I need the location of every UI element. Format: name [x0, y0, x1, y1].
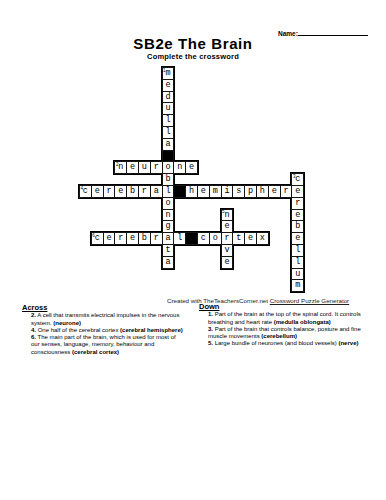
clue-answer: (cerebral cortex) — [72, 349, 119, 355]
cell-letter: b — [292, 221, 303, 233]
cell-letter: r — [115, 233, 126, 245]
cell-letter: a — [163, 139, 174, 151]
cell-letter: o — [210, 233, 221, 245]
cell-letter: o — [163, 162, 174, 174]
cell-letter: e — [104, 233, 115, 245]
cell-letter: e — [115, 186, 126, 198]
cell-letter: h — [186, 186, 197, 198]
cell-letter: e — [222, 221, 233, 233]
cell-letter: t — [163, 245, 174, 257]
cell-letter: a — [151, 186, 162, 198]
clue-number: 1 — [163, 68, 166, 73]
clue-down-1: 1. Part of the brain at the top of the s… — [208, 311, 373, 326]
cell-letter: g — [163, 221, 174, 233]
cell-letter: e — [245, 233, 256, 245]
clue-number: 2 — [116, 162, 119, 167]
cell-letter: l — [163, 115, 174, 127]
cell-letter: e — [292, 186, 303, 198]
cell-letter: m — [210, 186, 221, 198]
cell-letter: e — [186, 162, 197, 174]
cell-letter: e — [127, 233, 138, 245]
cell-letter: r — [151, 162, 162, 174]
crossword-grid: m1edullan2euronebc3c4erebralhemisphereor… — [79, 67, 305, 293]
worksheet-page: Name: SB2e The Brain Complete the crossw… — [0, 0, 386, 500]
cell-letter: o — [163, 198, 174, 210]
cell-letter: x — [257, 233, 268, 245]
clue-answer: (cerebellum) — [261, 333, 297, 339]
down-clues-section: Down 1. Part of the brain at the top of … — [199, 303, 373, 348]
cell-letter: b — [127, 186, 138, 198]
cell-letter: e — [163, 80, 174, 92]
cell-letter: r — [139, 186, 150, 198]
cell-letter: c — [198, 233, 209, 245]
cell-letter: b — [139, 233, 150, 245]
page-title: SB2e The Brain — [0, 35, 386, 52]
across-clues-section: Across 2. A cell that transmits electric… — [22, 304, 184, 356]
clue-answer: (neurone) — [53, 320, 81, 326]
cell-letter: h — [257, 186, 268, 198]
grid-cell: e — [185, 161, 198, 174]
cell-letter: l — [174, 233, 185, 245]
cell-letter: a — [163, 233, 174, 245]
cell-letter: e — [222, 257, 233, 269]
cell-letter: t — [233, 233, 244, 245]
cell-letter: v — [222, 245, 233, 257]
cell-letter: r — [222, 233, 233, 245]
clue-answer: (nerve) — [338, 340, 358, 346]
cell-letter: u — [292, 269, 303, 281]
cell-letter: s — [233, 186, 244, 198]
clue-number-label: 3. — [208, 326, 213, 332]
cell-letter: b — [163, 174, 174, 186]
cell-letter: e — [269, 186, 280, 198]
clue-across-2: 2. A cell that transmits electrical impu… — [31, 312, 184, 327]
cell-letter: r — [151, 233, 162, 245]
cell-letter: r — [281, 186, 292, 198]
cell-letter: a — [163, 257, 174, 269]
clue-across-6: 6. The main part of the brain, which is … — [31, 334, 184, 356]
clue-across-4: 4. One half of the cerebral cortex (cere… — [31, 327, 184, 334]
cell-letter: i — [222, 186, 233, 198]
clue-text: One half of the cerebral cortex — [38, 327, 119, 333]
cell-letter: u — [163, 103, 174, 115]
cell-letter: u — [139, 162, 150, 174]
clue-answer: (medulla oblongata) — [274, 319, 331, 325]
cell-letter: r — [292, 198, 303, 210]
cell-letter: d — [163, 92, 174, 104]
cell-letter: l — [292, 245, 303, 257]
cell-letter: p — [245, 186, 256, 198]
cell-letter: e — [92, 186, 103, 198]
cell-letter: l — [163, 186, 174, 198]
cell-letter: n — [163, 210, 174, 222]
clue-number-label: 5. — [208, 340, 213, 346]
clue-number: 4 — [81, 186, 84, 191]
cell-letter: e — [198, 186, 209, 198]
clue-number-label: 6. — [31, 334, 36, 340]
clue-number-label: 4. — [31, 327, 36, 333]
cell-letter: n — [174, 162, 185, 174]
clue-text: Large bundle of neurones (and blood vess… — [215, 340, 337, 346]
clue-number: 6 — [92, 233, 95, 238]
clue-number-label: 2. — [31, 312, 36, 318]
clue-answer: (cerebral hemisphere) — [120, 327, 183, 333]
page-subtitle: Complete the crossword — [0, 52, 386, 61]
grid-cell: m — [291, 279, 304, 292]
clue-number: 3 — [293, 174, 296, 179]
down-heading: Down — [199, 303, 373, 310]
cell-letter: r — [104, 186, 115, 198]
cell-letter: l — [292, 257, 303, 269]
clue-down-5: 5. Large bundle of neurones (and blood v… — [208, 340, 373, 347]
grid-cell: a — [162, 256, 175, 269]
cell-letter: m — [292, 280, 303, 292]
cell-letter: l — [163, 127, 174, 139]
grid-cell: x — [256, 232, 269, 245]
clue-number: 5 — [222, 209, 225, 214]
cell-letter: e — [127, 162, 138, 174]
cell-letter: e — [292, 233, 303, 245]
cell-letter: e — [292, 210, 303, 222]
clue-number-label: 1. — [208, 311, 213, 317]
across-heading: Across — [22, 304, 184, 311]
grid-cell: e — [221, 256, 234, 269]
clue-down-3: 3. Part of the brain that controls balan… — [208, 326, 373, 341]
